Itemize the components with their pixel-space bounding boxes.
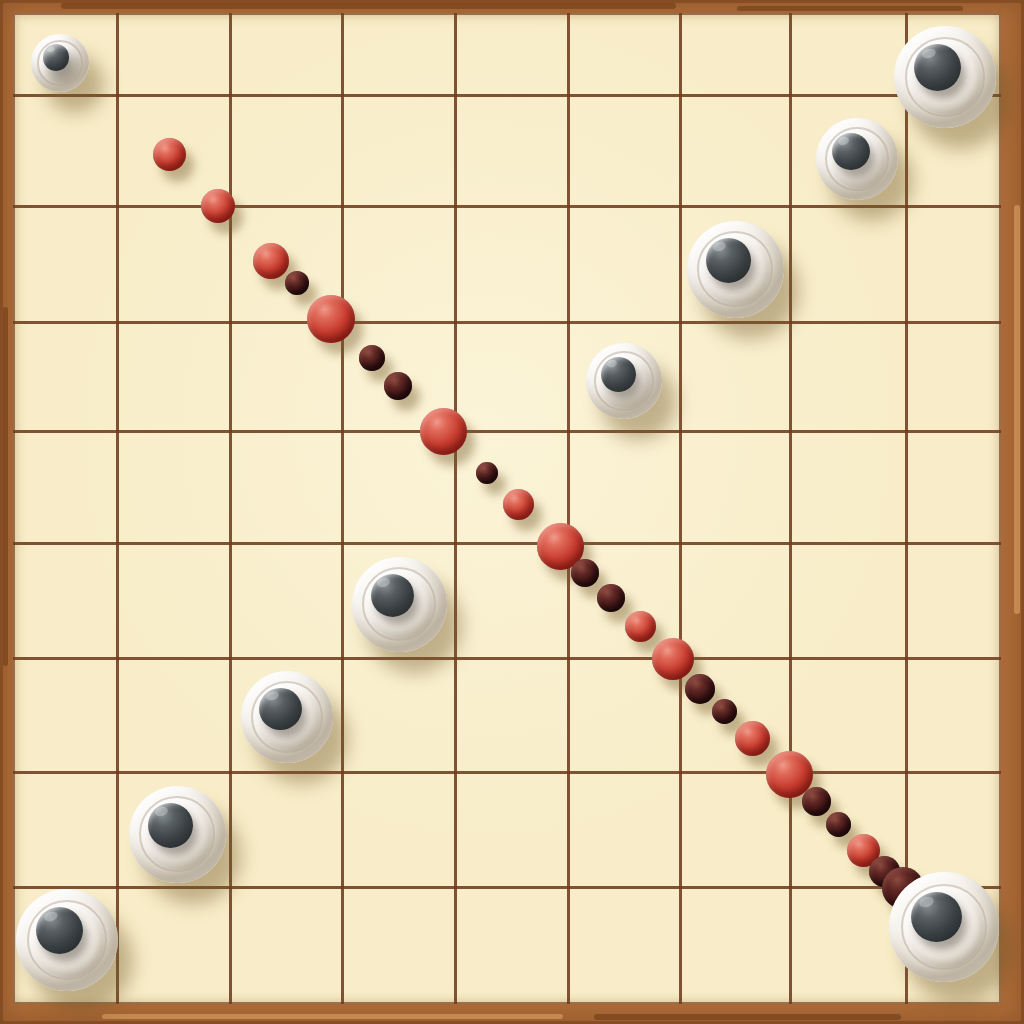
cell-r2c8[interactable]: [906, 206, 1001, 322]
wood-grain-streak: [594, 1014, 901, 1020]
dark-bead-12[interactable]: [571, 559, 599, 587]
wood-grain-streak: [737, 6, 962, 11]
dark-bead-6[interactable]: [359, 345, 385, 371]
cell-r5c7[interactable]: [790, 543, 906, 658]
cell-r4c5[interactable]: [568, 431, 680, 543]
cell-r2c5[interactable]: [568, 206, 680, 322]
cell-r6c0[interactable]: [13, 658, 117, 772]
white-eye-piece-r7c1[interactable]: [129, 786, 226, 883]
cell-r3c0[interactable]: [13, 322, 117, 431]
cell-r6c7[interactable]: [790, 658, 906, 772]
cell-r4c8[interactable]: [906, 431, 1001, 543]
white-eye-piece-r3c5[interactable]: [586, 343, 662, 419]
red-bead-10[interactable]: [503, 489, 534, 520]
cell-r0c7[interactable]: [790, 13, 906, 95]
cell-r1c4[interactable]: [455, 95, 568, 206]
red-bead-18[interactable]: [735, 721, 770, 756]
cell-r0c5[interactable]: [568, 13, 680, 95]
dark-bead-13[interactable]: [597, 584, 625, 612]
cell-r5c8[interactable]: [906, 543, 1001, 658]
dark-bead-21[interactable]: [826, 812, 851, 837]
cell-r1c3[interactable]: [342, 95, 455, 206]
cell-r6c1[interactable]: [117, 658, 230, 772]
cell-r5c6[interactable]: [680, 543, 790, 658]
cell-r7c4[interactable]: [455, 772, 568, 887]
cell-r4c6[interactable]: [680, 431, 790, 543]
dark-bead-7[interactable]: [384, 372, 412, 400]
wood-grain-streak: [3, 307, 8, 665]
dark-bead-16[interactable]: [685, 674, 715, 704]
red-bead-2[interactable]: [201, 189, 235, 223]
cell-r7c8[interactable]: [906, 772, 1001, 887]
dark-bead-9[interactable]: [476, 462, 498, 484]
white-eye-piece-r2c6[interactable]: [687, 221, 784, 318]
wood-grain-streak: [61, 3, 675, 9]
cell-r4c2[interactable]: [230, 431, 342, 543]
cell-r1c6[interactable]: [680, 95, 790, 206]
white-eye-piece-r5c3[interactable]: [352, 557, 447, 652]
cell-r8c1[interactable]: [117, 887, 230, 1004]
red-bead-14[interactable]: [625, 611, 656, 642]
cell-r2c0[interactable]: [13, 206, 117, 322]
eye-pupil: [832, 133, 870, 171]
cell-r3c6[interactable]: [680, 322, 790, 431]
cell-r2c3[interactable]: [342, 206, 455, 322]
dark-bead-20[interactable]: [802, 787, 831, 816]
cell-r3c7[interactable]: [790, 322, 906, 431]
white-eye-piece-r6c2[interactable]: [241, 671, 333, 763]
red-bead-8[interactable]: [420, 408, 467, 455]
cell-r8c4[interactable]: [455, 887, 568, 1004]
cell-r3c4[interactable]: [455, 322, 568, 431]
cell-r2c7[interactable]: [790, 206, 906, 322]
cell-r4c0[interactable]: [13, 431, 117, 543]
cell-r5c0[interactable]: [13, 543, 117, 658]
cell-r3c1[interactable]: [117, 322, 230, 431]
red-bead-15[interactable]: [652, 638, 694, 680]
red-bead-5[interactable]: [307, 295, 355, 343]
eye-pupil: [911, 892, 962, 943]
cell-r8c2[interactable]: [230, 887, 342, 1004]
eye-pupil: [36, 907, 83, 954]
red-bead-3[interactable]: [253, 243, 289, 279]
eye-pupil: [706, 238, 751, 283]
white-eye-piece-r0c8[interactable]: [894, 26, 996, 128]
cell-r8c3[interactable]: [342, 887, 455, 1004]
cell-r4c7[interactable]: [790, 431, 906, 543]
wood-grain-streak: [1014, 205, 1020, 615]
eye-pupil: [43, 44, 70, 71]
cell-r6c3[interactable]: [342, 658, 455, 772]
eye-pupil: [371, 574, 415, 618]
cell-r3c8[interactable]: [906, 322, 1001, 431]
cell-r5c2[interactable]: [230, 543, 342, 658]
white-eye-piece-r8c0[interactable]: [16, 889, 118, 991]
cell-r7c2[interactable]: [230, 772, 342, 887]
cell-r8c6[interactable]: [680, 887, 790, 1004]
white-eye-piece-r1c7[interactable]: [816, 118, 898, 200]
cell-r5c1[interactable]: [117, 543, 230, 658]
cell-r0c2[interactable]: [230, 13, 342, 95]
board-game-screenshot: [0, 0, 1024, 1024]
cell-r7c5[interactable]: [568, 772, 680, 887]
cell-r1c2[interactable]: [230, 95, 342, 206]
cell-r7c0[interactable]: [13, 772, 117, 887]
eye-pupil: [914, 44, 961, 91]
cell-r1c5[interactable]: [568, 95, 680, 206]
cell-r8c5[interactable]: [568, 887, 680, 1004]
eye-pupil: [148, 803, 193, 848]
cell-r0c6[interactable]: [680, 13, 790, 95]
cell-r2c1[interactable]: [117, 206, 230, 322]
eye-pupil: [259, 688, 301, 730]
cell-r7c3[interactable]: [342, 772, 455, 887]
white-eye-piece-r8c8[interactable]: [889, 872, 999, 982]
eye-pupil: [601, 357, 636, 392]
cell-r0c1[interactable]: [117, 13, 230, 95]
cell-r4c1[interactable]: [117, 431, 230, 543]
dark-bead-4[interactable]: [285, 271, 309, 295]
cell-r1c0[interactable]: [13, 95, 117, 206]
white-eye-piece-r0c0[interactable]: [31, 34, 89, 92]
cell-r6c8[interactable]: [906, 658, 1001, 772]
cell-r2c4[interactable]: [455, 206, 568, 322]
wood-grain-streak: [102, 1014, 563, 1019]
cell-r0c4[interactable]: [455, 13, 568, 95]
cell-r0c3[interactable]: [342, 13, 455, 95]
red-bead-1[interactable]: [153, 138, 186, 171]
board-surface: [13, 13, 1001, 1004]
cell-r8c7[interactable]: [790, 887, 906, 1004]
dark-bead-17[interactable]: [712, 699, 737, 724]
cell-r6c4[interactable]: [455, 658, 568, 772]
